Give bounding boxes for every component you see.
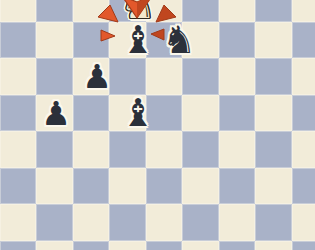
black-bishop-1-piece[interactable]: ♝: [120, 22, 156, 58]
black-bishop-2-piece[interactable]: ♝: [120, 95, 156, 131]
pieces-layer: ♞♝♞♟♟♝: [0, 0, 315, 250]
black-pawn-2-piece[interactable]: ♟: [38, 95, 74, 131]
black-pawn-1-piece[interactable]: ♟: [79, 58, 115, 94]
game-viewport: ♞♝♞♟♟♝: [0, 0, 315, 250]
black-knight-piece[interactable]: ♞: [161, 22, 197, 58]
